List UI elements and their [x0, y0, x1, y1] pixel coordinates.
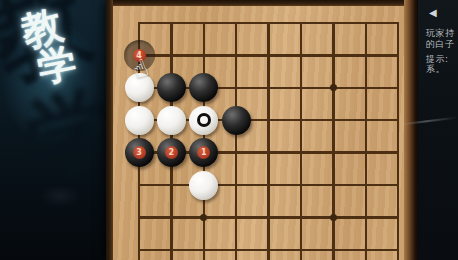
back-arrow-icon[interactable]: ◀	[429, 7, 437, 18]
black-stone: 3	[125, 138, 154, 167]
move-number-badge: 3	[133, 146, 146, 159]
panel-text-line: 的白子	[426, 38, 455, 51]
black-stone: 2	[157, 138, 186, 167]
white-stone	[157, 106, 186, 135]
last-move-ring-marker	[197, 113, 211, 127]
move-number-badge: 2	[165, 146, 178, 159]
tutorial-screen: 教 学 教 学 3214☝ ◀ 玩家持 的白子 提示: 系。	[0, 0, 458, 260]
board-edge-right	[404, 0, 418, 260]
grid-line-horizontal	[138, 216, 400, 219]
move-number-badge: 1	[197, 146, 210, 159]
grid-line-horizontal	[138, 22, 400, 25]
faint-texture	[40, 185, 80, 207]
black-stone: 1	[189, 138, 218, 167]
board-edge-left	[106, 0, 113, 260]
banner-char-learn: 学	[35, 43, 80, 88]
grid-line-horizontal	[138, 249, 400, 252]
grid-line-vertical	[365, 23, 368, 260]
star-point	[330, 214, 337, 221]
left-banner-art: 教 学 教 学	[0, 0, 110, 260]
grid-line-horizontal	[138, 54, 400, 57]
grid-line-vertical	[332, 23, 335, 260]
grid-line-vertical	[397, 23, 400, 260]
info-panel: ◀ 玩家持 的白子 提示: 系。	[418, 0, 458, 260]
black-stone	[157, 73, 186, 102]
board-edge-top	[106, 0, 418, 6]
panel-text-line: 系。	[426, 63, 445, 76]
grid-line-vertical	[235, 23, 238, 260]
ink-brush-echo: 学	[19, 79, 110, 186]
grid-line-horizontal	[138, 184, 400, 187]
star-point	[200, 214, 207, 221]
star-point	[330, 84, 337, 91]
go-board[interactable]: 3214☝	[106, 0, 418, 260]
grid-line-vertical	[300, 23, 303, 260]
black-stone	[222, 106, 251, 135]
white-stone	[189, 106, 218, 135]
grid-line-vertical	[267, 23, 270, 260]
black-stone	[189, 73, 218, 102]
white-stone	[189, 171, 218, 200]
white-stone	[125, 106, 154, 135]
